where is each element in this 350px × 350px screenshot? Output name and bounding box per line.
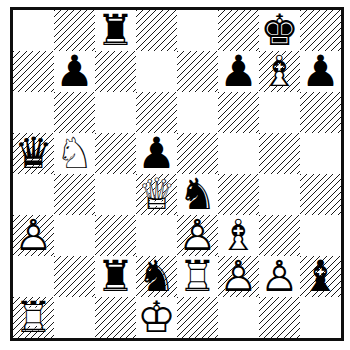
white-rook[interactable]: ♖ [177,256,218,297]
square-b2[interactable] [54,256,95,297]
black-pawn[interactable]: ♟ [54,51,95,92]
square-c3[interactable] [95,215,136,256]
square-e1[interactable] [177,297,218,338]
square-a5[interactable]: ♛ [13,133,54,174]
square-f7[interactable]: ♟ [218,51,259,92]
black-bishop[interactable]: ♝ [300,256,341,297]
square-f8[interactable] [218,10,259,51]
white-bishop[interactable]: ♗ [259,51,300,92]
square-a6[interactable] [13,92,54,133]
square-f1[interactable] [218,297,259,338]
square-g4[interactable] [259,174,300,215]
white-pawn[interactable]: ♙ [259,256,300,297]
square-g8[interactable]: ♚ [259,10,300,51]
square-h5[interactable] [300,133,341,174]
square-d6[interactable] [136,92,177,133]
black-pawn[interactable]: ♟ [300,51,341,92]
square-c7[interactable] [95,51,136,92]
square-h4[interactable] [300,174,341,215]
white-pawn[interactable]: ♙ [177,215,218,256]
square-g1[interactable] [259,297,300,338]
square-a1[interactable]: ♖ [13,297,54,338]
square-c5[interactable] [95,133,136,174]
black-pawn[interactable]: ♟ [218,51,259,92]
chessboard: ♜♚♟♟♗♟♛♘♟♕♞♙♙♗♜♞♖♙♙♝♖♔ [10,7,344,341]
square-c6[interactable] [95,92,136,133]
square-c8[interactable]: ♜ [95,10,136,51]
black-rook[interactable]: ♜ [95,10,136,51]
square-e5[interactable] [177,133,218,174]
square-e2[interactable]: ♖ [177,256,218,297]
square-a3[interactable]: ♙ [13,215,54,256]
square-d2[interactable]: ♞ [136,256,177,297]
square-a2[interactable] [13,256,54,297]
white-knight[interactable]: ♘ [54,133,95,174]
square-f2[interactable]: ♙ [218,256,259,297]
square-b7[interactable]: ♟ [54,51,95,92]
square-g3[interactable] [259,215,300,256]
square-g7[interactable]: ♗ [259,51,300,92]
square-g6[interactable] [259,92,300,133]
black-queen[interactable]: ♛ [13,133,54,174]
square-d7[interactable] [136,51,177,92]
white-king[interactable]: ♔ [136,297,177,338]
square-d8[interactable] [136,10,177,51]
square-d3[interactable] [136,215,177,256]
square-e3[interactable]: ♙ [177,215,218,256]
square-c1[interactable] [95,297,136,338]
square-d4[interactable]: ♕ [136,174,177,215]
black-rook[interactable]: ♜ [95,256,136,297]
square-e6[interactable] [177,92,218,133]
square-b3[interactable] [54,215,95,256]
square-d5[interactable]: ♟ [136,133,177,174]
white-pawn[interactable]: ♙ [218,256,259,297]
white-pawn[interactable]: ♙ [13,215,54,256]
square-f6[interactable] [218,92,259,133]
black-knight[interactable]: ♞ [177,174,218,215]
square-h3[interactable] [300,215,341,256]
square-b1[interactable] [54,297,95,338]
square-c4[interactable] [95,174,136,215]
square-d1[interactable]: ♔ [136,297,177,338]
white-bishop[interactable]: ♗ [218,215,259,256]
square-f3[interactable]: ♗ [218,215,259,256]
square-b4[interactable] [54,174,95,215]
square-b6[interactable] [54,92,95,133]
white-rook[interactable]: ♖ [13,297,54,338]
square-f5[interactable] [218,133,259,174]
square-h2[interactable]: ♝ [300,256,341,297]
white-queen[interactable]: ♕ [136,174,177,215]
square-b5[interactable]: ♘ [54,133,95,174]
black-pawn[interactable]: ♟ [136,133,177,174]
square-e4[interactable]: ♞ [177,174,218,215]
square-a7[interactable] [13,51,54,92]
square-g5[interactable] [259,133,300,174]
black-king[interactable]: ♚ [259,10,300,51]
square-h6[interactable] [300,92,341,133]
black-knight[interactable]: ♞ [136,256,177,297]
square-h8[interactable] [300,10,341,51]
square-a8[interactable] [13,10,54,51]
square-c2[interactable]: ♜ [95,256,136,297]
square-e7[interactable] [177,51,218,92]
square-b8[interactable] [54,10,95,51]
square-h1[interactable] [300,297,341,338]
square-e8[interactable] [177,10,218,51]
square-g2[interactable]: ♙ [259,256,300,297]
square-f4[interactable] [218,174,259,215]
square-h7[interactable]: ♟ [300,51,341,92]
square-a4[interactable] [13,174,54,215]
